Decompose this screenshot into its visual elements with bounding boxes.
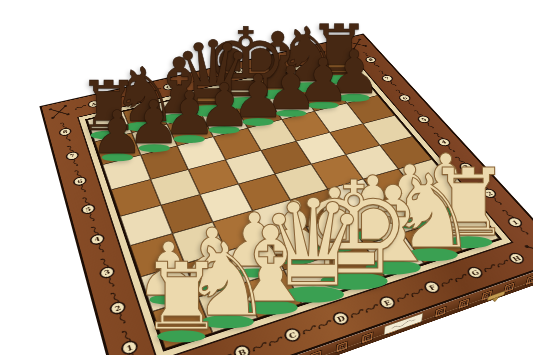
- coord-label: 5: [80, 202, 96, 215]
- coord-ornament-cell: 8: [56, 122, 74, 142]
- spiral-motif: [309, 349, 322, 355]
- coord-ornament-cell: 2: [105, 292, 129, 324]
- chess-board: ABCDEFGH 87654321 87654321 ABCDEFGH: [39, 33, 533, 355]
- coord-label: B: [231, 342, 252, 355]
- coord-label: 4: [88, 232, 105, 246]
- spiral-motif: [524, 273, 533, 285]
- coord-label: D: [330, 309, 351, 326]
- coord-ornament-cell: G: [449, 260, 500, 285]
- coord-label: 1: [119, 338, 139, 355]
- coord-ornament-cell: E: [220, 64, 258, 78]
- coord-ornament-cell: 1: [499, 209, 531, 235]
- coord-label: 2: [108, 299, 127, 315]
- coord-ornament-cell: 5: [78, 196, 99, 221]
- coord-ornament-cell: 6: [393, 89, 417, 107]
- coord-label: G: [464, 264, 485, 279]
- coord-ornament-cell: 4: [86, 225, 108, 252]
- coord-label: F: [421, 279, 442, 295]
- coord-ornament-cell: 7: [63, 145, 82, 166]
- spiral-motif: [457, 297, 469, 309]
- coord-ornament-cell: B: [213, 336, 270, 355]
- coord-ornament-cell: 8: [360, 52, 382, 67]
- coord-ornament-cell: G: [287, 49, 324, 62]
- coord-ornament-cell: 6: [70, 170, 90, 193]
- spiral-motif: [433, 305, 445, 317]
- coord-label: C: [281, 326, 302, 344]
- coord-ornament-cell: 3: [452, 156, 480, 178]
- coord-ornament-cell: 2: [474, 181, 504, 205]
- coord-label: C: [161, 82, 175, 91]
- coord-ornament-cell: E: [360, 289, 413, 316]
- spiral-motif: [335, 340, 348, 353]
- coord-ornament-cell: F: [405, 274, 457, 300]
- coord-ornament-cell: D: [313, 304, 367, 332]
- coord-ornament-cell: 5: [411, 110, 436, 129]
- coord-label: 6: [72, 175, 88, 187]
- coord-label: E: [376, 294, 397, 310]
- coord-label: 1: [505, 215, 525, 228]
- coord-ornament-cell: 1: [116, 330, 142, 355]
- chess-set-photo: ABCDEFGH 87654321 87654321 ABCDEFGH ♜♞♝♛…: [0, 0, 533, 355]
- coord-ornament-cell: 7: [376, 70, 399, 86]
- coord-ornament-cell: C: [264, 320, 320, 349]
- coord-label: 2: [480, 187, 499, 199]
- coord-label: 3: [98, 264, 116, 279]
- coord-label: A: [86, 99, 100, 108]
- coord-ornament-cell: F: [254, 56, 291, 69]
- coord-label: B: [124, 90, 138, 99]
- perspective-scene: ABCDEFGH 87654321 87654321 ABCDEFGH: [0, 0, 533, 355]
- coord-ornament-cell: 4: [430, 132, 457, 152]
- spiral-motif: [360, 331, 373, 344]
- coord-ornament-cell: 3: [95, 257, 118, 287]
